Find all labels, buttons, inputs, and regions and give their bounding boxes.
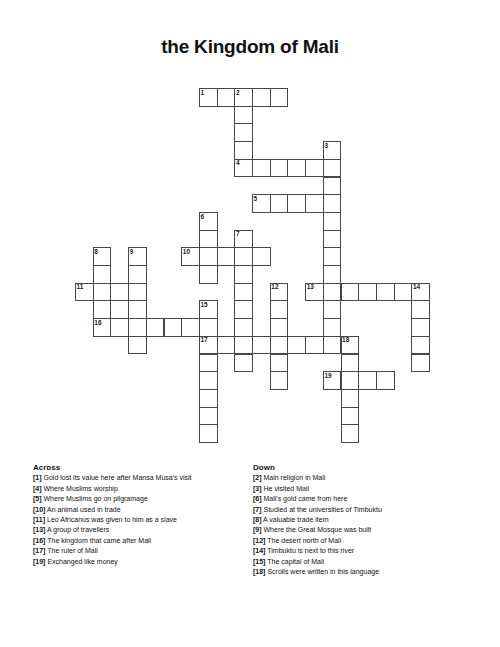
grid-cell[interactable] [181,247,200,266]
grid-cell[interactable] [411,318,430,337]
grid-cell[interactable] [323,212,342,231]
grid-cell[interactable] [110,283,129,302]
grid-cell[interactable] [323,336,342,355]
grid-cell[interactable] [128,318,147,337]
grid-cell[interactable] [270,283,289,302]
grid-cell[interactable] [234,300,253,319]
clue-item: [7] Studied at the universities of Timbu… [253,505,382,515]
grid-cell[interactable] [234,283,253,302]
grid-cell[interactable] [323,283,342,302]
grid-cell[interactable] [323,265,342,284]
grid-cell[interactable] [234,123,253,142]
clue-item: [18] Scrolls were written in this langua… [253,567,382,577]
grid-cell[interactable] [199,265,218,284]
grid-cell[interactable] [164,318,183,337]
grid-cell[interactable] [341,389,360,408]
grid-cell[interactable] [234,247,253,266]
grid-cell[interactable] [199,247,218,266]
clue-item: [6] Mali's gold came from here [253,494,382,504]
grid-cell[interactable] [270,194,289,213]
grid-cell[interactable] [270,318,289,337]
grid-cell[interactable] [93,265,112,284]
grid-cell[interactable] [323,247,342,266]
grid-cell[interactable] [287,194,306,213]
grid-cell[interactable] [252,336,271,355]
grid-cell[interactable] [199,407,218,426]
clue-item: [15] The capital of Mali [253,557,382,567]
grid-cell[interactable] [323,159,342,178]
down-header: Down [253,463,382,473]
grid-cell[interactable] [341,407,360,426]
grid-cell[interactable] [128,300,147,319]
grid-cell[interactable] [199,212,218,231]
grid-cell[interactable] [199,336,218,355]
grid-cell[interactable] [234,318,253,337]
grid-cell[interactable] [341,371,360,390]
grid-cell[interactable] [287,159,306,178]
grid-cell[interactable] [234,141,253,160]
grid-cell[interactable] [305,194,324,213]
grid-cell[interactable] [110,318,129,337]
grid-cell[interactable] [323,371,342,390]
grid-cell[interactable] [217,247,236,266]
grid-cell[interactable] [93,300,112,319]
grid-cell[interactable] [341,336,360,355]
grid-cell[interactable] [217,88,236,107]
clue-item: [3] He visited Mali [253,484,382,494]
clue-item: [12] The desert north of Mali [253,536,382,546]
grid-cell[interactable] [199,230,218,249]
grid-cell[interactable] [181,318,200,337]
down-clue-list: [2] Main religion in Mali[3] He visited … [253,473,382,577]
grid-cell[interactable] [411,336,430,355]
across-clues-section: Across [1] Gold lost its value here afte… [33,463,192,567]
grid-cell[interactable] [305,159,324,178]
grid-cell[interactable] [270,371,289,390]
down-clues-section: Down [2] Main religion in Mali[3] He vis… [253,463,382,577]
grid-cell[interactable] [323,194,342,213]
grid-cell[interactable] [252,194,271,213]
clue-item: [11] Leo Africanus was given to him as a… [33,515,192,525]
grid-cell[interactable] [199,371,218,390]
clue-item: [9] Where the Great Mosque was built [253,525,382,535]
grid-cell[interactable] [341,354,360,373]
grid-cell[interactable] [217,336,236,355]
grid-cell[interactable] [93,318,112,337]
grid-cell[interactable] [287,336,306,355]
grid-cell[interactable] [75,283,94,302]
grid-cell[interactable] [199,424,218,443]
grid-cell[interactable] [199,88,218,107]
grid-cell[interactable] [323,230,342,249]
clue-item: [5] Where Muslims go on pilgramage [33,494,192,504]
clue-item: [19] Exchanged like money [33,557,192,567]
grid-cell[interactable] [341,283,360,302]
clue-item: [17] The ruler of Mali [33,546,192,556]
grid-cell[interactable] [394,283,413,302]
worksheet-page: the Kingdom of Mali 12345678910111213141… [0,0,500,647]
grid-cell[interactable] [234,88,253,107]
clue-item: [1] Gold lost its value here after Mansa… [33,473,192,483]
clue-item: [2] Main religion in Mali [253,473,382,483]
clue-item: [8] A valuable trade item [253,515,382,525]
grid-cell[interactable] [93,283,112,302]
grid-cell[interactable] [199,389,218,408]
grid-cell[interactable] [270,159,289,178]
grid-cell[interactable] [252,88,271,107]
grid-cell[interactable] [234,106,253,125]
grid-cell[interactable] [305,336,324,355]
grid-cell[interactable] [128,247,147,266]
grid-cell[interactable] [376,283,395,302]
grid-cell[interactable] [252,247,271,266]
across-clue-list: [1] Gold lost its value here after Mansa… [33,473,192,567]
grid-cell[interactable] [411,283,430,302]
grid-cell[interactable] [411,354,430,373]
grid-cell[interactable] [128,283,147,302]
grid-cell[interactable] [341,424,360,443]
grid-cell[interactable] [234,354,253,373]
crossword-grid: 12345678910111213141516171819 [0,0,500,460]
grid-cell[interactable] [252,159,271,178]
grid-cell[interactable] [128,265,147,284]
clue-item: [10] An animal used in trade [33,505,192,515]
clue-item: [13] A group of travellers [33,525,192,535]
grid-cell[interactable] [270,300,289,319]
clue-item: [4] Where Muslims worship [33,484,192,494]
grid-cell[interactable] [93,247,112,266]
grid-cell[interactable] [323,177,342,196]
grid-cell[interactable] [199,354,218,373]
grid-cell[interactable] [199,300,218,319]
grid-cell[interactable] [234,159,253,178]
grid-cell[interactable] [323,318,342,337]
grid-cell[interactable] [323,141,342,160]
grid-cell[interactable] [305,283,324,302]
grid-cell[interactable] [128,336,147,355]
grid-cell[interactable] [358,371,377,390]
clue-item: [14] Timbuktu is next to this river [253,546,382,556]
grid-cell[interactable] [234,230,253,249]
grid-cell[interactable] [234,336,253,355]
grid-cell[interactable] [411,300,430,319]
grid-cell[interactable] [270,354,289,373]
grid-cell[interactable] [270,88,289,107]
clue-item: [16] The kingdom that came after Mali [33,536,192,546]
grid-cell[interactable] [323,300,342,319]
grid-cell[interactable] [199,318,218,337]
across-header: Across [33,463,192,473]
grid-cell[interactable] [358,283,377,302]
grid-cell[interactable] [146,318,165,337]
grid-cell[interactable] [234,265,253,284]
grid-cell[interactable] [270,336,289,355]
grid-cell[interactable] [376,371,395,390]
